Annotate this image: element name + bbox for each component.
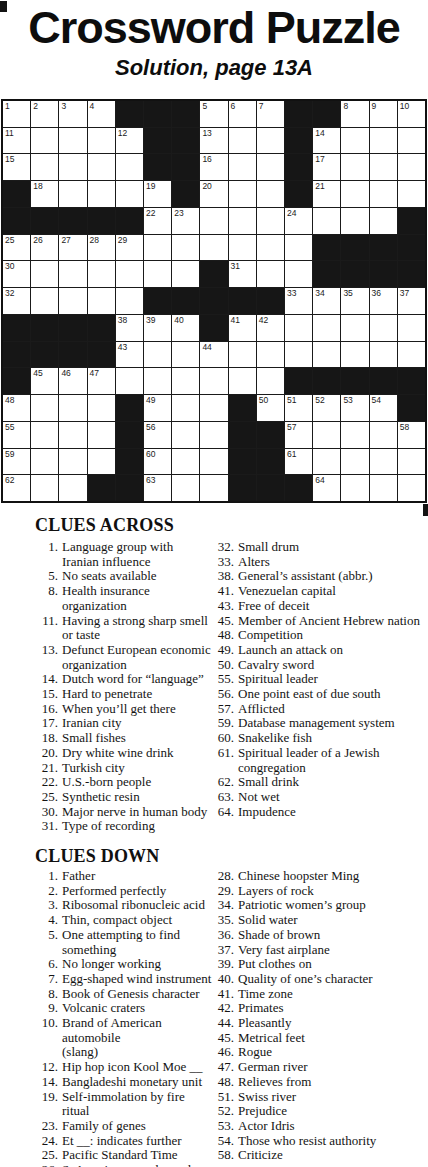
white-cell[interactable] [313, 422, 340, 448]
white-cell[interactable] [257, 261, 284, 287]
clue-text: Launch an attack on [238, 643, 428, 658]
white-cell[interactable] [229, 154, 256, 180]
clue-text: One point east of due south [238, 687, 428, 702]
white-cell[interactable]: 5 [200, 101, 227, 127]
cell-number: 41 [231, 315, 240, 325]
white-cell[interactable] [172, 342, 199, 368]
white-cell[interactable] [285, 235, 312, 261]
white-cell[interactable]: 31 [229, 261, 256, 287]
clue-item: 9.Volcanic craters [36, 1001, 214, 1016]
clue-item: 34.Patriotic women’s group [212, 898, 428, 913]
clue-text: Primates [238, 1001, 428, 1016]
clue-text: When you’ll get there [62, 702, 214, 717]
clue-text: Thin, compact object [62, 913, 214, 928]
white-cell[interactable]: 7 [257, 101, 284, 127]
clue-item: 49.Launch an attack on [212, 643, 428, 658]
white-cell[interactable] [116, 368, 143, 394]
white-cell[interactable]: 48 [3, 395, 30, 421]
white-cell[interactable]: 46 [59, 368, 86, 394]
white-cell[interactable] [313, 208, 340, 234]
white-cell[interactable] [116, 288, 143, 314]
white-cell[interactable]: 47 [88, 368, 115, 394]
white-cell[interactable] [341, 449, 368, 475]
cell-number: 29 [118, 235, 127, 245]
white-cell[interactable] [341, 315, 368, 341]
clue-number: 53. [212, 1119, 234, 1134]
white-cell[interactable] [172, 449, 199, 475]
white-cell[interactable] [370, 475, 397, 501]
cell-number: 19 [146, 181, 155, 191]
clue-text: Metrical feet [238, 1031, 428, 1046]
clue-item: 36.Shade of brown [212, 928, 428, 943]
white-cell[interactable]: 39 [144, 315, 171, 341]
cell-number: 12 [118, 128, 127, 138]
black-cell [398, 368, 425, 394]
clue-number: 51. [212, 1090, 234, 1105]
clue-item: 4.Thin, compact object [36, 913, 214, 928]
white-cell[interactable] [172, 395, 199, 421]
clue-number: 37. [212, 943, 234, 958]
white-cell[interactable]: 50 [257, 395, 284, 421]
clue-number: 30. [36, 805, 58, 820]
black-cell [144, 288, 171, 314]
white-cell[interactable]: 60 [144, 449, 171, 475]
cell-number: 21 [315, 181, 324, 191]
black-cell [88, 475, 115, 501]
black-cell [144, 128, 171, 154]
white-cell[interactable] [313, 449, 340, 475]
clue-text: Book of Genesis character [62, 987, 214, 1002]
white-cell[interactable] [144, 368, 171, 394]
clue-number: 44. [212, 1016, 234, 1031]
white-cell[interactable] [370, 128, 397, 154]
white-cell[interactable]: 38 [116, 315, 143, 341]
clue-number: 63. [212, 790, 234, 805]
clue-item: 38.General’s assistant (abbr.) [212, 569, 428, 584]
white-cell[interactable] [144, 342, 171, 368]
black-cell [144, 101, 171, 127]
cell-number: 51 [287, 395, 296, 405]
white-cell[interactable] [59, 449, 86, 475]
white-cell[interactable] [285, 342, 312, 368]
white-cell[interactable] [88, 154, 115, 180]
white-cell[interactable] [341, 475, 368, 501]
white-cell[interactable] [59, 422, 86, 448]
clue-item: 35.Solid water [212, 913, 428, 928]
white-cell[interactable]: 45 [31, 368, 58, 394]
clue-number: 8. [36, 584, 58, 613]
cell-number: 5 [202, 101, 207, 111]
black-cell [116, 475, 143, 501]
clue-item: 51.Swiss river [212, 1090, 428, 1105]
white-cell[interactable] [172, 261, 199, 287]
cell-number: 36 [372, 288, 381, 298]
clue-item: 7.Egg-shaped wind instrument [36, 972, 214, 987]
white-cell[interactable]: 25 [3, 235, 30, 261]
cell-number: 31 [231, 261, 240, 271]
cell-number: 48 [5, 395, 14, 405]
white-cell[interactable] [116, 154, 143, 180]
white-cell[interactable] [257, 128, 284, 154]
clue-text: Patriotic women’s group [238, 898, 428, 913]
white-cell[interactable]: 61 [285, 449, 312, 475]
white-cell[interactable] [88, 288, 115, 314]
clue-number: 38. [212, 569, 234, 584]
clue-number: 60. [212, 731, 234, 746]
clue-text: Impudence [238, 805, 428, 820]
clue-item: 28.Chinese hoopster Ming [212, 869, 428, 884]
clue-item: 20.Dry white wine drink [36, 746, 214, 761]
white-cell[interactable] [370, 181, 397, 207]
clue-item: 62.Small drink [212, 775, 428, 790]
white-cell[interactable]: 35 [341, 288, 368, 314]
black-cell [172, 154, 199, 180]
clue-number: 56. [212, 687, 234, 702]
white-cell[interactable] [370, 154, 397, 180]
white-cell[interactable]: 19 [144, 181, 171, 207]
white-cell[interactable]: 13 [200, 128, 227, 154]
black-cell [341, 261, 368, 287]
white-cell[interactable] [229, 181, 256, 207]
white-cell[interactable] [370, 342, 397, 368]
white-cell[interactable]: 59 [3, 449, 30, 475]
white-cell[interactable] [398, 128, 425, 154]
white-cell[interactable] [341, 422, 368, 448]
white-cell[interactable]: 29 [116, 235, 143, 261]
white-cell[interactable] [398, 154, 425, 180]
white-cell[interactable]: 42 [257, 315, 284, 341]
white-cell[interactable] [398, 475, 425, 501]
clue-text: Quality of one’s character [238, 972, 428, 987]
white-cell[interactable] [398, 342, 425, 368]
white-cell[interactable]: 4 [88, 101, 115, 127]
clue-item: 57.Afflicted [212, 702, 428, 717]
black-cell [3, 342, 30, 368]
page-title: Crossword Puzzle [0, 3, 428, 53]
clue-number: 22. [36, 775, 58, 790]
clue-text: German river [238, 1060, 428, 1075]
white-cell[interactable] [88, 422, 115, 448]
clue-item: 18.Small fishes [36, 731, 214, 746]
white-cell[interactable] [285, 315, 312, 341]
white-cell[interactable] [257, 154, 284, 180]
white-cell[interactable] [88, 395, 115, 421]
cell-number: 53 [343, 395, 352, 405]
cell-number: 4 [90, 101, 95, 111]
cell-number: 52 [315, 395, 324, 405]
white-cell[interactable] [398, 181, 425, 207]
black-cell [229, 395, 256, 421]
black-cell [257, 422, 284, 448]
black-cell [59, 315, 86, 341]
white-cell[interactable] [370, 315, 397, 341]
white-cell[interactable] [31, 395, 58, 421]
white-cell[interactable] [200, 449, 227, 475]
white-cell[interactable] [116, 181, 143, 207]
clue-item: 8.Book of Genesis character [36, 987, 214, 1002]
white-cell[interactable] [172, 368, 199, 394]
cell-number: 8 [343, 101, 348, 111]
white-cell[interactable] [341, 208, 368, 234]
clue-item: 63.Not wet [212, 790, 428, 805]
white-cell[interactable]: 27 [59, 235, 86, 261]
clue-text: Snakelike fish [238, 731, 428, 746]
clue-text: Spiritual leader [238, 672, 428, 687]
white-cell[interactable] [313, 315, 340, 341]
white-cell[interactable] [59, 261, 86, 287]
white-cell[interactable]: 58 [398, 422, 425, 448]
black-cell [229, 288, 256, 314]
white-cell[interactable] [200, 475, 227, 501]
clue-number: 11. [36, 614, 58, 643]
white-cell[interactable] [88, 261, 115, 287]
white-cell[interactable]: 49 [144, 395, 171, 421]
white-cell[interactable] [31, 261, 58, 287]
clue-text: Swiss river [238, 1090, 428, 1105]
white-cell[interactable] [229, 368, 256, 394]
clue-number: 19. [36, 1090, 58, 1119]
clue-number: 43. [212, 599, 234, 614]
cell-number: 7 [259, 101, 264, 111]
cell-number: 33 [287, 288, 296, 298]
clue-text: Solid water [238, 913, 428, 928]
clue-text: Those who resist authority [238, 1134, 428, 1149]
clue-item: 54.Those who resist authority [212, 1134, 428, 1149]
white-cell[interactable]: 2 [31, 101, 58, 127]
white-cell[interactable]: 21 [313, 181, 340, 207]
white-cell[interactable]: 23 [172, 208, 199, 234]
white-cell[interactable]: 41 [229, 315, 256, 341]
cell-number: 3 [61, 101, 66, 111]
white-cell[interactable]: 26 [31, 235, 58, 261]
black-cell [257, 449, 284, 475]
white-cell[interactable]: 16 [200, 154, 227, 180]
clue-text: Et __: indicates further [62, 1134, 214, 1149]
clue-number: 58. [212, 1148, 234, 1163]
white-cell[interactable] [370, 208, 397, 234]
white-cell[interactable] [398, 449, 425, 475]
white-cell[interactable]: 18 [31, 181, 58, 207]
cell-number: 62 [5, 475, 14, 485]
clue-item: 6.No longer working [36, 957, 214, 972]
clue-text: Brand of American automobile (slang) [62, 1016, 214, 1060]
clue-text: Hip hop icon Kool Moe __ [62, 1060, 214, 1075]
clue-text: Dutch word for “language” [62, 672, 214, 687]
black-cell [313, 235, 340, 261]
white-cell[interactable]: 11 [3, 128, 30, 154]
white-cell[interactable] [59, 395, 86, 421]
white-cell[interactable] [144, 261, 171, 287]
white-cell[interactable]: 28 [88, 235, 115, 261]
white-cell[interactable] [229, 208, 256, 234]
white-cell[interactable]: 43 [116, 342, 143, 368]
clue-item: 56.One point east of due south [212, 687, 428, 702]
cell-number: 11 [5, 128, 14, 138]
cell-number: 49 [146, 395, 155, 405]
white-cell[interactable]: 37 [398, 288, 425, 314]
black-cell [31, 342, 58, 368]
white-cell[interactable]: 30 [3, 261, 30, 287]
clues-across-left-column: 1.Language group with Iranian influence5… [36, 540, 214, 834]
cell-number: 27 [61, 235, 70, 245]
white-cell[interactable] [257, 181, 284, 207]
white-cell[interactable] [200, 422, 227, 448]
white-cell[interactable] [31, 128, 58, 154]
black-cell [313, 368, 340, 394]
clue-item: 45.Member of Ancient Hebrew nation [212, 614, 428, 629]
white-cell[interactable] [229, 235, 256, 261]
black-cell [3, 315, 30, 341]
black-cell [285, 475, 312, 501]
white-cell[interactable] [88, 128, 115, 154]
white-cell[interactable] [313, 342, 340, 368]
clue-text: Hard to penetrate [62, 687, 214, 702]
white-cell[interactable] [257, 342, 284, 368]
white-cell[interactable]: 62 [3, 475, 30, 501]
clue-item: 1.Language group with Iranian influence [36, 540, 214, 569]
clue-text: Member of Ancient Hebrew nation [238, 614, 428, 629]
clue-text: Very fast airplane [238, 943, 428, 958]
clue-text: Shade of brown [238, 928, 428, 943]
clue-item: 3.Ribosomal ribonucleic acid [36, 898, 214, 913]
cell-number: 46 [61, 368, 70, 378]
clue-text: Major nerve in human body [62, 805, 214, 820]
white-cell[interactable] [59, 475, 86, 501]
clue-item: 14.Dutch word for “language” [36, 672, 214, 687]
clue-number: 31. [36, 819, 58, 834]
clue-number: 48. [212, 1075, 234, 1090]
white-cell[interactable]: 8 [341, 101, 368, 127]
white-cell[interactable] [341, 128, 368, 154]
black-cell [370, 235, 397, 261]
clue-number: 36. [212, 928, 234, 943]
white-cell[interactable]: 63 [144, 475, 171, 501]
white-cell[interactable] [59, 154, 86, 180]
cell-number: 16 [202, 154, 211, 164]
white-cell[interactable] [172, 475, 199, 501]
white-cell[interactable]: 54 [370, 395, 397, 421]
white-cell[interactable] [370, 422, 397, 448]
white-cell[interactable] [59, 128, 86, 154]
white-cell[interactable]: 15 [3, 154, 30, 180]
clue-item: 41.Venezuelan capital [212, 584, 428, 599]
white-cell[interactable]: 36 [370, 288, 397, 314]
white-cell[interactable] [398, 315, 425, 341]
white-cell[interactable]: 3 [59, 101, 86, 127]
white-cell[interactable] [341, 342, 368, 368]
white-cell[interactable]: 56 [144, 422, 171, 448]
white-cell[interactable]: 53 [341, 395, 368, 421]
white-cell[interactable]: 10 [398, 101, 425, 127]
clue-number: 42. [212, 1001, 234, 1016]
cell-number: 42 [259, 315, 268, 325]
white-cell[interactable] [257, 235, 284, 261]
clue-item: 11.Having a strong sharp smell or taste [36, 614, 214, 643]
clue-text: Having a strong sharp smell or taste [62, 614, 214, 643]
cell-number: 64 [315, 475, 324, 485]
white-cell[interactable] [341, 181, 368, 207]
white-cell[interactable]: 32 [3, 288, 30, 314]
clue-item: 46.Rogue [212, 1045, 428, 1060]
clue-item: 41.Time zone [212, 987, 428, 1002]
white-cell[interactable]: 12 [116, 128, 143, 154]
white-cell[interactable] [31, 288, 58, 314]
white-cell[interactable]: 33 [285, 288, 312, 314]
white-cell[interactable] [88, 449, 115, 475]
black-cell [172, 101, 199, 127]
white-cell[interactable] [285, 261, 312, 287]
white-cell[interactable] [229, 342, 256, 368]
clue-number: 61. [212, 746, 234, 775]
white-cell[interactable] [370, 449, 397, 475]
white-cell[interactable]: 52 [313, 395, 340, 421]
white-cell[interactable]: 44 [200, 342, 227, 368]
white-cell[interactable]: 6 [229, 101, 256, 127]
white-cell[interactable]: 40 [172, 315, 199, 341]
clue-item: 10.Brand of American automobile (slang) [36, 1016, 214, 1060]
white-cell[interactable] [172, 422, 199, 448]
white-cell[interactable] [172, 235, 199, 261]
white-cell[interactable]: 17 [313, 154, 340, 180]
clue-item: 17.Iranian city [36, 716, 214, 731]
white-cell[interactable]: 1 [3, 101, 30, 127]
white-cell[interactable]: 55 [3, 422, 30, 448]
white-cell[interactable] [257, 208, 284, 234]
white-cell[interactable]: 34 [313, 288, 340, 314]
white-cell[interactable]: 51 [285, 395, 312, 421]
white-cell[interactable] [200, 235, 227, 261]
clue-number: 12. [36, 1060, 58, 1075]
white-cell[interactable] [31, 154, 58, 180]
cell-number: 47 [90, 368, 99, 378]
cell-number: 26 [33, 235, 42, 245]
white-cell[interactable] [88, 181, 115, 207]
clue-text: Language group with Iranian influence [62, 540, 214, 569]
white-cell[interactable] [59, 288, 86, 314]
black-cell [229, 449, 256, 475]
clue-text: Self-immolation by fire ritual [62, 1090, 214, 1119]
clue-item: 5.One attempting to find something [36, 928, 214, 957]
white-cell[interactable] [31, 475, 58, 501]
white-cell[interactable] [116, 261, 143, 287]
white-cell[interactable]: 57 [285, 422, 312, 448]
white-cell[interactable] [31, 449, 58, 475]
clue-text: Prejudice [238, 1104, 428, 1119]
clue-number: 25. [36, 790, 58, 805]
white-cell[interactable]: 9 [370, 101, 397, 127]
white-cell[interactable] [341, 154, 368, 180]
white-cell[interactable] [229, 128, 256, 154]
white-cell[interactable] [257, 368, 284, 394]
black-cell [398, 261, 425, 287]
white-cell[interactable]: 20 [200, 181, 227, 207]
white-cell[interactable] [200, 208, 227, 234]
white-cell[interactable] [144, 235, 171, 261]
clue-text: Father [62, 869, 214, 884]
white-cell[interactable]: 64 [313, 475, 340, 501]
white-cell[interactable] [200, 395, 227, 421]
clue-number: 49. [212, 643, 234, 658]
white-cell[interactable]: 24 [285, 208, 312, 234]
white-cell[interactable]: 14 [313, 128, 340, 154]
white-cell[interactable] [200, 368, 227, 394]
clue-item: 16.When you’ll get there [36, 702, 214, 717]
clue-item: 19.Self-immolation by fire ritual [36, 1090, 214, 1119]
white-cell[interactable]: 22 [144, 208, 171, 234]
white-cell[interactable] [31, 422, 58, 448]
white-cell[interactable] [59, 181, 86, 207]
clue-text: Cavalry sword [238, 658, 428, 673]
